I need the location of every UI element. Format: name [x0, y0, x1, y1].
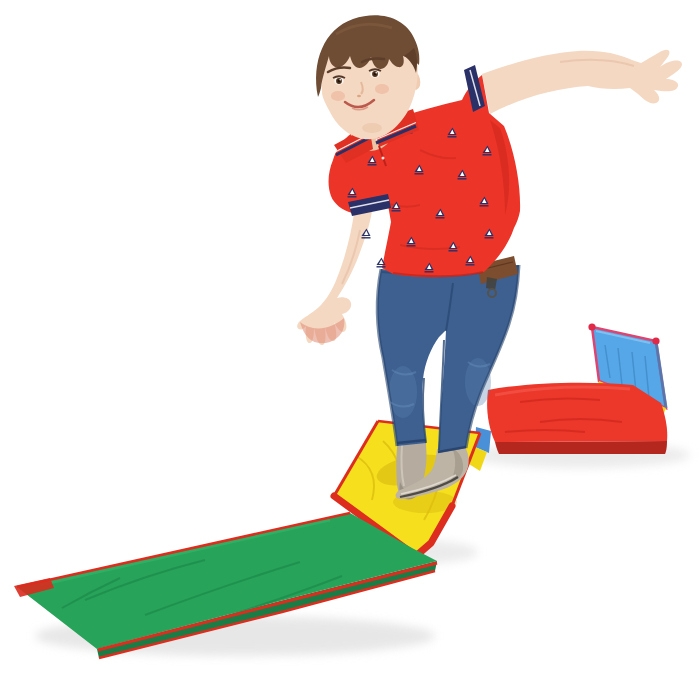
chin-shading: [362, 123, 382, 133]
red-mat-side-face: [495, 441, 667, 454]
placket-button: [382, 157, 385, 160]
blue-mat-corner-tab-right: [652, 337, 659, 344]
eye-highlight-left: [339, 79, 341, 81]
nostril-shading: [357, 95, 361, 97]
cheek-blush-left: [331, 91, 345, 101]
blue-mat-corner-tab-left: [588, 323, 595, 330]
cheek-blush-right: [375, 84, 389, 94]
product-photo: Smiling boy in a red polo shirt and jean…: [0, 0, 700, 676]
eye-highlight-right: [375, 72, 377, 74]
product-photo-canvas: [0, 0, 700, 676]
